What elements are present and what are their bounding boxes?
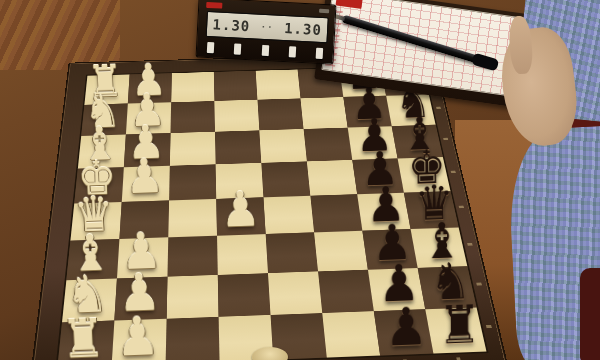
chess-board: ♜♟♟♜♞♟♟♞♝♟♟♝♚♟♟♚♛♟♟♛♝♟♟♝♞♟♟♞♜♟♟♜ <box>55 65 488 360</box>
spare-white-piece <box>252 347 288 360</box>
square-c6[interactable] <box>314 231 368 272</box>
chess-board-scene: ♜♟♟♜♞♟♟♞♝♟♟♝♚♟♟♚♛♟♟♛♝♟♟♝♞♟♟♞♜♟♟♜ <box>29 52 508 360</box>
scoresheet-header-mark <box>336 0 363 9</box>
clock-button-2 <box>234 43 242 54</box>
white-time: 1.30 <box>212 16 251 34</box>
white-rook-a1[interactable]: ♜ <box>60 311 106 360</box>
black-pawn-a7[interactable]: ♟ <box>384 299 428 355</box>
square-e5[interactable] <box>261 161 310 197</box>
board-frame: ♜♟♟♜♞♟♟♞♝♟♟♝♚♟♟♚♛♟♟♛♝♟♟♝♞♟♟♞♜♟♟♜ <box>29 52 508 360</box>
square-h5[interactable] <box>256 69 301 99</box>
chair-edge <box>580 268 600 360</box>
square-e3[interactable] <box>169 164 216 200</box>
clock-button-3 <box>261 45 269 56</box>
square-c5[interactable] <box>266 232 318 273</box>
square-b5[interactable] <box>268 271 322 315</box>
square-d6[interactable] <box>310 194 362 232</box>
square-a1[interactable]: ♜ <box>57 321 114 360</box>
square-g6[interactable] <box>300 97 347 129</box>
square-f6[interactable] <box>304 128 353 162</box>
square-a6[interactable] <box>322 311 380 357</box>
black-time: 1.30 <box>284 20 323 38</box>
square-a7[interactable]: ♟ <box>374 309 434 355</box>
chess-clock: 1.30 ·· 1.30 <box>196 0 337 65</box>
square-a8[interactable]: ♜ <box>425 307 486 353</box>
square-b4[interactable] <box>218 273 271 317</box>
square-d3[interactable] <box>168 199 217 237</box>
white-pawn-a2[interactable]: ♟ <box>114 309 160 360</box>
square-f4[interactable] <box>215 130 261 164</box>
square-b3[interactable] <box>167 275 219 319</box>
black-rook-a8[interactable]: ♜ <box>438 297 481 353</box>
square-h3[interactable] <box>171 72 214 102</box>
square-e2[interactable]: ♟ <box>122 166 170 202</box>
square-h4[interactable] <box>214 71 258 101</box>
clock-brand-mark <box>206 2 222 9</box>
square-c4[interactable] <box>217 234 268 275</box>
scoresheet-area <box>321 0 526 97</box>
square-e6[interactable] <box>307 160 357 196</box>
square-f3[interactable] <box>170 132 216 166</box>
square-g5[interactable] <box>257 98 303 130</box>
clock-display: 1.30 ·· 1.30 <box>206 11 329 43</box>
white-pawn-e2[interactable]: ♟ <box>124 151 164 201</box>
clock-buttons <box>207 42 323 59</box>
clock-button-5 <box>316 48 324 59</box>
clock-button-1 <box>207 42 215 53</box>
square-a3[interactable] <box>166 317 220 360</box>
square-d5[interactable] <box>263 196 314 234</box>
clock-separator: ·· <box>261 22 274 33</box>
square-g4[interactable] <box>214 100 259 132</box>
square-f5[interactable] <box>259 129 307 163</box>
clock-mode-mark <box>319 9 329 14</box>
square-b6[interactable] <box>318 270 374 313</box>
square-c3[interactable] <box>167 236 217 277</box>
square-a2[interactable]: ♟ <box>112 319 167 360</box>
square-d4[interactable]: ♟ <box>216 197 265 235</box>
white-pawn-d4[interactable]: ♟ <box>220 184 261 235</box>
clock-button-4 <box>288 46 296 57</box>
square-g3[interactable] <box>170 101 214 133</box>
